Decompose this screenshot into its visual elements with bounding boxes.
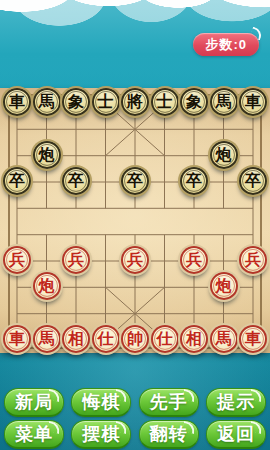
piece-red-soldier-r7c7[interactable]: 兵 <box>180 246 208 274</box>
toolbar: 新局 悔棋 先手 提示 菜单 摆棋 翻转 返回 <box>0 388 270 450</box>
piece-black-general-r1c5[interactable]: 將 <box>121 88 149 116</box>
toolbar-row-1: 新局 悔棋 先手 提示 <box>4 388 266 417</box>
piece-black-advisor-r1c4[interactable]: 士 <box>92 88 120 116</box>
piece-black-horse-r1c8[interactable]: 馬 <box>210 88 238 116</box>
piece-red-general-r10c5[interactable]: 帥 <box>121 325 149 353</box>
piece-black-soldier-r4c9[interactable]: 卒 <box>239 167 267 195</box>
piece-red-soldier-r7c5[interactable]: 兵 <box>121 246 149 274</box>
setup-position-button[interactable]: 摆棋 <box>71 420 131 449</box>
new-game-button[interactable]: 新局 <box>4 388 64 417</box>
piece-red-soldier-r7c1[interactable]: 兵 <box>3 246 31 274</box>
undo-move-button[interactable]: 悔棋 <box>71 388 131 417</box>
board-grid <box>0 88 270 353</box>
back-button[interactable]: 返回 <box>206 420 266 449</box>
piece-black-horse-r1c2[interactable]: 馬 <box>33 88 61 116</box>
piece-red-cannon-r8c8[interactable]: 炮 <box>210 272 238 300</box>
xiangqi-board[interactable]: 車馬象士將士象馬車炮炮卒卒卒卒卒兵兵兵兵兵炮炮車馬相仕帥仕相馬車 <box>0 88 270 353</box>
step-counter-text: 步数:0 <box>205 36 247 54</box>
piece-red-horse-r10c2[interactable]: 馬 <box>33 325 61 353</box>
piece-black-chariot-r1c1[interactable]: 車 <box>3 88 31 116</box>
piece-black-cannon-r3c8[interactable]: 炮 <box>210 141 238 169</box>
piece-red-advisor-r10c6[interactable]: 仕 <box>151 325 179 353</box>
piece-black-elephant-r1c3[interactable]: 象 <box>62 88 90 116</box>
piece-red-horse-r10c8[interactable]: 馬 <box>210 325 238 353</box>
piece-black-advisor-r1c6[interactable]: 士 <box>151 88 179 116</box>
piece-red-soldier-r7c9[interactable]: 兵 <box>239 246 267 274</box>
piece-black-soldier-r4c7[interactable]: 卒 <box>180 167 208 195</box>
piece-black-elephant-r1c7[interactable]: 象 <box>180 88 208 116</box>
hint-button[interactable]: 提示 <box>206 388 266 417</box>
toolbar-row-2: 菜单 摆棋 翻转 返回 <box>4 420 266 449</box>
piece-black-soldier-r4c5[interactable]: 卒 <box>121 167 149 195</box>
app-screen: 步数:0 <box>0 0 270 450</box>
piece-red-cannon-r8c2[interactable]: 炮 <box>33 272 61 300</box>
move-first-button[interactable]: 先手 <box>139 388 199 417</box>
flip-board-button[interactable]: 翻转 <box>139 420 199 449</box>
menu-button[interactable]: 菜单 <box>4 420 64 449</box>
piece-red-chariot-r10c9[interactable]: 車 <box>239 325 267 353</box>
piece-red-elephant-r10c7[interactable]: 相 <box>180 325 208 353</box>
piece-red-chariot-r10c1[interactable]: 車 <box>3 325 31 353</box>
piece-red-elephant-r10c3[interactable]: 相 <box>62 325 90 353</box>
piece-red-soldier-r7c3[interactable]: 兵 <box>62 246 90 274</box>
piece-black-soldier-r4c3[interactable]: 卒 <box>62 167 90 195</box>
piece-red-advisor-r10c4[interactable]: 仕 <box>92 325 120 353</box>
step-counter-badge: 步数:0 <box>193 33 259 56</box>
piece-black-soldier-r4c1[interactable]: 卒 <box>3 167 31 195</box>
piece-black-chariot-r1c9[interactable]: 車 <box>239 88 267 116</box>
piece-black-cannon-r3c2[interactable]: 炮 <box>33 141 61 169</box>
